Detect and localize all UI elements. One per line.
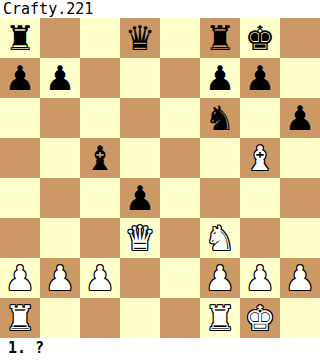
square-a4[interactable] bbox=[0, 178, 40, 218]
square-h3[interactable] bbox=[280, 218, 320, 258]
square-d1[interactable] bbox=[120, 298, 160, 338]
square-a2[interactable]: ♟ bbox=[0, 258, 40, 298]
square-d3[interactable]: ♛ bbox=[120, 218, 160, 258]
white-pawn-piece: ♟ bbox=[245, 258, 275, 298]
white-pawn-piece: ♟ bbox=[85, 258, 115, 298]
white-pawn-piece: ♟ bbox=[5, 258, 35, 298]
square-g2[interactable]: ♟ bbox=[240, 258, 280, 298]
crafty-window: Crafty.221 ♜♛♜♚♟♟♟♟♞♟♝♝♟♛♞♟♟♟♟♟♟♜♜♚ 1. ? bbox=[0, 0, 320, 360]
square-b3[interactable] bbox=[40, 218, 80, 258]
square-b4[interactable] bbox=[40, 178, 80, 218]
black-rook-piece: ♜ bbox=[205, 18, 235, 58]
white-pawn-piece: ♟ bbox=[45, 258, 75, 298]
square-g1[interactable]: ♚ bbox=[240, 298, 280, 338]
square-g3[interactable] bbox=[240, 218, 280, 258]
black-pawn-piece: ♟ bbox=[245, 58, 275, 98]
square-g5[interactable]: ♝ bbox=[240, 138, 280, 178]
black-queen-piece: ♛ bbox=[125, 18, 155, 58]
square-a6[interactable] bbox=[0, 98, 40, 138]
square-d5[interactable] bbox=[120, 138, 160, 178]
black-pawn-piece: ♟ bbox=[45, 58, 75, 98]
square-d8[interactable]: ♛ bbox=[120, 18, 160, 58]
square-d2[interactable] bbox=[120, 258, 160, 298]
square-f8[interactable]: ♜ bbox=[200, 18, 240, 58]
square-f2[interactable]: ♟ bbox=[200, 258, 240, 298]
square-f7[interactable]: ♟ bbox=[200, 58, 240, 98]
black-pawn-piece: ♟ bbox=[205, 58, 235, 98]
square-d7[interactable] bbox=[120, 58, 160, 98]
square-a5[interactable] bbox=[0, 138, 40, 178]
white-pawn-piece: ♟ bbox=[285, 258, 315, 298]
white-knight-piece: ♞ bbox=[205, 218, 235, 258]
black-bishop-piece: ♝ bbox=[85, 138, 115, 178]
square-h4[interactable] bbox=[280, 178, 320, 218]
square-e5[interactable] bbox=[160, 138, 200, 178]
square-a8[interactable]: ♜ bbox=[0, 18, 40, 58]
square-f3[interactable]: ♞ bbox=[200, 218, 240, 258]
white-rook-piece: ♜ bbox=[5, 298, 35, 338]
square-a3[interactable] bbox=[0, 218, 40, 258]
square-e1[interactable] bbox=[160, 298, 200, 338]
square-c7[interactable] bbox=[80, 58, 120, 98]
window-title: Crafty.221 bbox=[0, 0, 320, 18]
square-c8[interactable] bbox=[80, 18, 120, 58]
square-c2[interactable]: ♟ bbox=[80, 258, 120, 298]
square-f1[interactable]: ♜ bbox=[200, 298, 240, 338]
square-h2[interactable]: ♟ bbox=[280, 258, 320, 298]
square-e7[interactable] bbox=[160, 58, 200, 98]
square-f5[interactable] bbox=[200, 138, 240, 178]
square-b8[interactable] bbox=[40, 18, 80, 58]
square-c3[interactable] bbox=[80, 218, 120, 258]
square-b1[interactable] bbox=[40, 298, 80, 338]
square-g7[interactable]: ♟ bbox=[240, 58, 280, 98]
square-g6[interactable] bbox=[240, 98, 280, 138]
square-c6[interactable] bbox=[80, 98, 120, 138]
black-king-piece: ♚ bbox=[245, 18, 275, 58]
square-e6[interactable] bbox=[160, 98, 200, 138]
square-c5[interactable]: ♝ bbox=[80, 138, 120, 178]
square-g4[interactable] bbox=[240, 178, 280, 218]
square-h8[interactable] bbox=[280, 18, 320, 58]
square-b7[interactable]: ♟ bbox=[40, 58, 80, 98]
square-h6[interactable]: ♟ bbox=[280, 98, 320, 138]
square-h5[interactable] bbox=[280, 138, 320, 178]
square-c1[interactable] bbox=[80, 298, 120, 338]
black-pawn-piece: ♟ bbox=[5, 58, 35, 98]
square-g8[interactable]: ♚ bbox=[240, 18, 280, 58]
square-a1[interactable]: ♜ bbox=[0, 298, 40, 338]
black-pawn-piece: ♟ bbox=[125, 178, 155, 218]
square-e4[interactable] bbox=[160, 178, 200, 218]
white-queen-piece: ♛ bbox=[125, 218, 155, 258]
square-c4[interactable] bbox=[80, 178, 120, 218]
white-pawn-piece: ♟ bbox=[205, 258, 235, 298]
white-bishop-piece: ♝ bbox=[245, 138, 275, 178]
square-a7[interactable]: ♟ bbox=[0, 58, 40, 98]
black-rook-piece: ♜ bbox=[5, 18, 35, 58]
square-d6[interactable] bbox=[120, 98, 160, 138]
square-h7[interactable] bbox=[280, 58, 320, 98]
square-b2[interactable]: ♟ bbox=[40, 258, 80, 298]
white-rook-piece: ♜ bbox=[205, 298, 235, 338]
chess-board: ♜♛♜♚♟♟♟♟♞♟♝♝♟♛♞♟♟♟♟♟♟♜♜♚ bbox=[0, 18, 320, 338]
square-d4[interactable]: ♟ bbox=[120, 178, 160, 218]
square-h1[interactable] bbox=[280, 298, 320, 338]
square-e3[interactable] bbox=[160, 218, 200, 258]
square-b6[interactable] bbox=[40, 98, 80, 138]
square-e2[interactable] bbox=[160, 258, 200, 298]
black-pawn-piece: ♟ bbox=[285, 98, 315, 138]
square-b5[interactable] bbox=[40, 138, 80, 178]
square-e8[interactable] bbox=[160, 18, 200, 58]
white-king-piece: ♚ bbox=[245, 298, 275, 338]
square-f4[interactable] bbox=[200, 178, 240, 218]
move-prompt: 1. ? bbox=[0, 338, 320, 360]
square-f6[interactable]: ♞ bbox=[200, 98, 240, 138]
black-knight-piece: ♞ bbox=[205, 98, 235, 138]
